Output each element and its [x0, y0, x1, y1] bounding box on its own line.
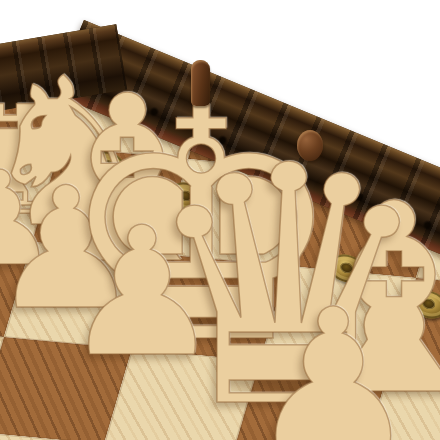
queen-finial [297, 130, 323, 161]
white-pawn-d2[interactable]: ♟ [247, 289, 419, 440]
chessboard-photo: ♜ ♞ ♝ ♟ ♟ ♚ ♟ ♝ ♛ ♟ [0, 0, 440, 440]
